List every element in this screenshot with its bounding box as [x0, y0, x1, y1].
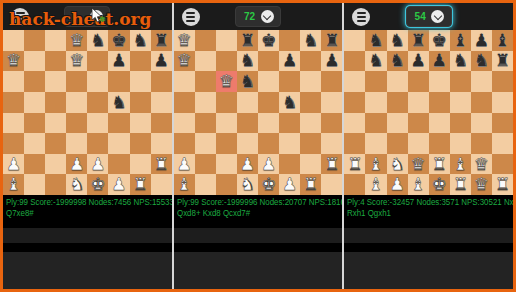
white-pawn: ♟: [90, 156, 105, 173]
square[interactable]: [3, 92, 24, 113]
square[interactable]: [45, 51, 66, 72]
square[interactable]: ♟: [279, 51, 300, 72]
square[interactable]: [195, 113, 216, 134]
black-knight: ♞: [111, 94, 126, 111]
black-bishop: ♝: [453, 32, 468, 49]
status-line: Ply:4 Score:-32457 Nodes:3571 NPS:30521 …: [347, 197, 498, 208]
square[interactable]: [237, 113, 258, 134]
square[interactable]: ♜: [492, 51, 513, 72]
square[interactable]: ♞: [279, 92, 300, 113]
square[interactable]: [174, 113, 195, 134]
square[interactable]: ♝: [408, 174, 429, 195]
chess-engine-app: ♛♞♚♞♜♛♛♟♟♞♟♟♟♜♝♞♚♟♜ Ply:99 Score:-199999…: [0, 0, 516, 292]
black-knight: ♞: [474, 52, 489, 69]
square[interactable]: [130, 113, 151, 134]
black-knight: ♞: [389, 52, 404, 69]
square[interactable]: [321, 71, 342, 92]
white-rook: ♜: [303, 176, 318, 193]
square[interactable]: ♟: [258, 154, 279, 175]
square[interactable]: [492, 113, 513, 134]
square[interactable]: ♜: [151, 154, 172, 175]
chess-board-2[interactable]: ♛♜♚♞♜♛♞♟♟♛♞♞♟♟♟♜♝♞♚♟♜: [174, 30, 343, 195]
square[interactable]: ♞: [450, 51, 471, 72]
square[interactable]: [24, 92, 45, 113]
square[interactable]: ♟: [471, 30, 492, 51]
square[interactable]: [300, 51, 321, 72]
square[interactable]: ♟: [87, 154, 108, 175]
square[interactable]: [300, 71, 321, 92]
square[interactable]: [45, 154, 66, 175]
black-king: ♚: [432, 32, 447, 49]
square[interactable]: ♞: [471, 51, 492, 72]
square[interactable]: ♝: [3, 174, 24, 195]
square[interactable]: ♛: [66, 51, 87, 72]
square[interactable]: [344, 92, 365, 113]
square[interactable]: [3, 71, 24, 92]
square[interactable]: [151, 71, 172, 92]
square[interactable]: [492, 133, 513, 154]
engine-panel-3: 54 ♞♞♜♚♝♟♝♞♞♟♟♞♞♜♜♝♞♛♜♝♛♝♟♝♚♜♛♜ Ply:4 Sc…: [344, 3, 513, 289]
square[interactable]: [300, 133, 321, 154]
square[interactable]: [492, 92, 513, 113]
black-pawn: ♟: [154, 52, 169, 69]
square[interactable]: [258, 133, 279, 154]
square[interactable]: [471, 133, 492, 154]
square[interactable]: ♝: [450, 154, 471, 175]
white-bishop: ♝: [368, 176, 383, 193]
square[interactable]: [130, 51, 151, 72]
square[interactable]: [130, 71, 151, 92]
square[interactable]: ♟: [387, 174, 408, 195]
square[interactable]: ♚: [429, 174, 450, 195]
square[interactable]: ♚: [429, 30, 450, 51]
white-knight: ♞: [389, 156, 404, 173]
square[interactable]: [492, 154, 513, 175]
divider-bar: [174, 228, 343, 243]
square[interactable]: [344, 30, 365, 51]
status-line: Q7xe8#: [6, 208, 157, 219]
square[interactable]: [66, 133, 87, 154]
square[interactable]: [195, 71, 216, 92]
square[interactable]: ♜: [429, 154, 450, 175]
square[interactable]: ♝: [174, 174, 195, 195]
chess-board-1[interactable]: ♛♞♚♞♜♛♛♟♟♞♟♟♟♜♝♞♚♟♜: [3, 30, 172, 195]
chevron-down-icon: [261, 10, 274, 23]
menu-button[interactable]: [352, 8, 370, 26]
square[interactable]: [24, 30, 45, 51]
square[interactable]: [365, 71, 386, 92]
square[interactable]: [24, 71, 45, 92]
square[interactable]: [45, 174, 66, 195]
white-bishop: ♝: [453, 156, 468, 173]
black-knight: ♞: [368, 32, 383, 49]
white-king: ♚: [432, 176, 447, 193]
square[interactable]: [321, 133, 342, 154]
black-rook: ♜: [324, 32, 339, 49]
square[interactable]: [471, 113, 492, 134]
square[interactable]: [24, 113, 45, 134]
square[interactable]: [471, 71, 492, 92]
square[interactable]: ♞: [387, 51, 408, 72]
menu-button[interactable]: [11, 8, 29, 26]
white-rook: ♜: [453, 176, 468, 193]
black-pawn: ♟: [474, 32, 489, 49]
black-bishop: ♝: [495, 32, 510, 49]
square[interactable]: ♞: [387, 154, 408, 175]
square[interactable]: ♚: [87, 174, 108, 195]
square[interactable]: [87, 113, 108, 134]
square[interactable]: ♛: [174, 30, 195, 51]
square[interactable]: [344, 133, 365, 154]
square[interactable]: [450, 71, 471, 92]
square[interactable]: ♞: [237, 51, 258, 72]
white-pawn: ♟: [389, 176, 404, 193]
square[interactable]: ♟: [429, 51, 450, 72]
square[interactable]: ♞: [237, 71, 258, 92]
square[interactable]: ♝: [365, 154, 386, 175]
footer-area: [344, 252, 513, 289]
square[interactable]: ♜: [344, 154, 365, 175]
square[interactable]: [66, 92, 87, 113]
white-queen: ♛: [219, 73, 234, 90]
square[interactable]: [24, 174, 45, 195]
square[interactable]: ♛: [471, 174, 492, 195]
black-knight: ♞: [368, 52, 383, 69]
depth-dropdown[interactable]: 72: [235, 6, 281, 27]
square[interactable]: [258, 92, 279, 113]
square[interactable]: [108, 133, 129, 154]
square[interactable]: [408, 92, 429, 113]
square[interactable]: [300, 92, 321, 113]
engine-panel-2: 72 ♛♜♚♞♜♛♞♟♟♛♞♞♟♟♟♜♝♞♚♟♜ Ply:99 Score:-1…: [174, 3, 343, 289]
square[interactable]: ♛: [174, 51, 195, 72]
black-rook: ♜: [240, 32, 255, 49]
white-knight: ♞: [69, 176, 84, 193]
square[interactable]: [108, 71, 129, 92]
white-pawn: ♟: [282, 176, 297, 193]
square[interactable]: ♞: [130, 30, 151, 51]
white-pawn: ♟: [240, 156, 255, 173]
black-knight: ♞: [453, 52, 468, 69]
square[interactable]: [151, 113, 172, 134]
square[interactable]: [45, 92, 66, 113]
footer-area: [3, 252, 172, 289]
square[interactable]: ♜: [321, 30, 342, 51]
square[interactable]: ♞: [108, 92, 129, 113]
square[interactable]: ♛: [3, 51, 24, 72]
black-rook: ♜: [154, 32, 169, 49]
square[interactable]: [237, 92, 258, 113]
white-pawn: ♟: [177, 156, 192, 173]
white-bishop: ♝: [177, 176, 192, 193]
square[interactable]: ♟: [237, 154, 258, 175]
square[interactable]: ♝: [492, 30, 513, 51]
chevron-down-icon: [90, 10, 103, 23]
square[interactable]: [321, 113, 342, 134]
square[interactable]: [195, 154, 216, 175]
square[interactable]: [87, 133, 108, 154]
engine-status-1: Ply:99 Score:-1999998 Nodes:7456 NPS:155…: [3, 195, 172, 228]
white-rook: ♜: [347, 156, 362, 173]
chess-board-3[interactable]: ♞♞♜♚♝♟♝♞♞♟♟♞♞♜♜♝♞♛♜♝♛♝♟♝♚♜♛♜: [344, 30, 513, 195]
hamburger-icon: [186, 12, 195, 22]
white-queen: ♛: [474, 176, 489, 193]
square[interactable]: [24, 133, 45, 154]
square[interactable]: [387, 113, 408, 134]
square[interactable]: ♜: [300, 174, 321, 195]
square[interactable]: [3, 133, 24, 154]
square[interactable]: [429, 113, 450, 134]
square[interactable]: [450, 133, 471, 154]
divider-bar: [3, 228, 172, 243]
black-pawn: ♟: [111, 52, 126, 69]
square[interactable]: [66, 113, 87, 134]
square[interactable]: ♟: [66, 154, 87, 175]
footer-area: [174, 252, 343, 289]
square[interactable]: [279, 113, 300, 134]
square[interactable]: [45, 133, 66, 154]
black-knight: ♞: [389, 32, 404, 49]
depth-value: 54: [413, 11, 427, 22]
square[interactable]: ♞: [365, 51, 386, 72]
square[interactable]: [66, 71, 87, 92]
square[interactable]: ♝: [365, 174, 386, 195]
square[interactable]: [258, 51, 279, 72]
white-rook: ♜: [432, 156, 447, 173]
square[interactable]: ♟: [321, 51, 342, 72]
white-pawn: ♟: [69, 156, 84, 173]
hamburger-icon: [16, 12, 25, 22]
square[interactable]: [387, 92, 408, 113]
square[interactable]: ♟: [108, 51, 129, 72]
chevron-down-icon: [431, 10, 444, 23]
square[interactable]: ♛: [408, 154, 429, 175]
square[interactable]: [429, 92, 450, 113]
square[interactable]: [408, 71, 429, 92]
square[interactable]: [195, 133, 216, 154]
square[interactable]: ♛: [471, 154, 492, 175]
square[interactable]: [344, 71, 365, 92]
square[interactable]: [344, 174, 365, 195]
white-bishop: ♝: [368, 156, 383, 173]
white-queen: ♛: [6, 52, 21, 69]
white-queen: ♛: [411, 156, 426, 173]
square[interactable]: [174, 133, 195, 154]
square[interactable]: ♚: [258, 30, 279, 51]
square[interactable]: [151, 174, 172, 195]
black-rook: ♜: [495, 52, 510, 69]
square[interactable]: [87, 51, 108, 72]
square[interactable]: [321, 174, 342, 195]
square[interactable]: [87, 92, 108, 113]
square[interactable]: [216, 174, 237, 195]
square[interactable]: ♜: [151, 30, 172, 51]
square[interactable]: [216, 113, 237, 134]
square[interactable]: [300, 154, 321, 175]
black-knight: ♞: [282, 94, 297, 111]
square[interactable]: [195, 174, 216, 195]
panel-1-header: [3, 3, 172, 30]
square[interactable]: [279, 71, 300, 92]
square[interactable]: [108, 113, 129, 134]
square[interactable]: [344, 51, 365, 72]
square[interactable]: [174, 71, 195, 92]
square[interactable]: ♞: [66, 174, 87, 195]
square[interactable]: ♜: [237, 30, 258, 51]
white-king: ♚: [90, 176, 105, 193]
square[interactable]: [195, 92, 216, 113]
black-knight: ♞: [303, 32, 318, 49]
square[interactable]: [279, 133, 300, 154]
depth-dropdown[interactable]: 54: [406, 6, 452, 27]
panel-3-header: 54: [344, 3, 513, 30]
divider-gap: [3, 243, 172, 252]
white-bishop: ♝: [411, 176, 426, 193]
square[interactable]: [429, 71, 450, 92]
square[interactable]: [492, 71, 513, 92]
divider-bar: [344, 228, 513, 243]
square[interactable]: [365, 113, 386, 134]
square[interactable]: [237, 133, 258, 154]
square[interactable]: [344, 113, 365, 134]
square[interactable]: [365, 133, 386, 154]
square[interactable]: [130, 154, 151, 175]
square[interactable]: [216, 92, 237, 113]
menu-button[interactable]: [182, 8, 200, 26]
white-bishop: ♝: [6, 176, 21, 193]
square[interactable]: [151, 133, 172, 154]
square[interactable]: ♟: [3, 154, 24, 175]
square[interactable]: ♞: [87, 30, 108, 51]
depth-dropdown[interactable]: [64, 6, 110, 27]
status-line: Ply:99 Score:-1999998 Nodes:7456 NPS:155…: [6, 197, 157, 208]
status-line: Ply:99 Score:-1999996 Nodes:20707 NPS:18…: [177, 197, 328, 208]
black-knight: ♞: [90, 32, 105, 49]
black-knight: ♞: [240, 73, 255, 90]
white-rook: ♜: [495, 176, 510, 193]
hamburger-icon: [357, 12, 366, 22]
square[interactable]: ♟: [108, 174, 129, 195]
square[interactable]: [108, 154, 129, 175]
square[interactable]: [24, 51, 45, 72]
status-line: Qxd8+ Kxd8 Qcxd7#: [177, 208, 328, 219]
square[interactable]: [130, 133, 151, 154]
white-pawn: ♟: [111, 176, 126, 193]
white-rook: ♜: [324, 156, 339, 173]
square[interactable]: [195, 30, 216, 51]
square[interactable]: ♜: [130, 174, 151, 195]
square[interactable]: [365, 92, 386, 113]
black-knight: ♞: [132, 32, 147, 49]
white-queen: ♛: [177, 32, 192, 49]
square[interactable]: [216, 133, 237, 154]
white-queen: ♛: [474, 156, 489, 173]
square[interactable]: [429, 133, 450, 154]
square[interactable]: [174, 92, 195, 113]
square[interactable]: ♞: [365, 30, 386, 51]
square[interactable]: [151, 92, 172, 113]
square[interactable]: [279, 154, 300, 175]
white-queen: ♛: [69, 52, 84, 69]
square[interactable]: ♟: [174, 154, 195, 175]
square[interactable]: ♟: [151, 51, 172, 72]
square[interactable]: [387, 133, 408, 154]
square[interactable]: ♛: [216, 71, 237, 92]
status-line: Rxh1 Qgxh1: [347, 208, 498, 219]
white-queen: ♛: [69, 32, 84, 49]
black-pawn: ♟: [432, 52, 447, 69]
panel-2-header: 72: [174, 3, 343, 30]
black-pawn: ♟: [324, 52, 339, 69]
square[interactable]: [216, 30, 237, 51]
square[interactable]: [450, 92, 471, 113]
white-pawn: ♟: [261, 156, 276, 173]
square[interactable]: [279, 30, 300, 51]
black-king: ♚: [111, 32, 126, 49]
square[interactable]: [45, 71, 66, 92]
square[interactable]: ♟: [279, 174, 300, 195]
square[interactable]: [216, 51, 237, 72]
square[interactable]: [408, 133, 429, 154]
square[interactable]: ♜: [321, 154, 342, 175]
square[interactable]: ♞: [300, 30, 321, 51]
black-knight: ♞: [240, 52, 255, 69]
square[interactable]: [45, 30, 66, 51]
white-rook: ♜: [154, 156, 169, 173]
square[interactable]: ♜: [408, 30, 429, 51]
square[interactable]: ♟: [408, 51, 429, 72]
square[interactable]: [408, 113, 429, 134]
square[interactable]: ♚: [258, 174, 279, 195]
white-rook: ♜: [132, 176, 147, 193]
black-rook: ♜: [411, 32, 426, 49]
square[interactable]: ♜: [492, 174, 513, 195]
square[interactable]: [3, 30, 24, 51]
square[interactable]: ♝: [450, 30, 471, 51]
square[interactable]: [321, 92, 342, 113]
square[interactable]: [450, 113, 471, 134]
engine-status-3: Ply:4 Score:-32457 Nodes:3571 NPS:30521 …: [344, 195, 513, 228]
square[interactable]: [471, 92, 492, 113]
white-pawn: ♟: [6, 156, 21, 173]
square[interactable]: ♛: [66, 30, 87, 51]
square[interactable]: [24, 154, 45, 175]
engine-status-2: Ply:99 Score:-1999996 Nodes:20707 NPS:18…: [174, 195, 343, 228]
white-queen: ♛: [177, 52, 192, 69]
square[interactable]: [45, 113, 66, 134]
square[interactable]: [216, 154, 237, 175]
square[interactable]: [258, 113, 279, 134]
white-king: ♚: [261, 176, 276, 193]
square[interactable]: [300, 113, 321, 134]
square[interactable]: [258, 71, 279, 92]
square[interactable]: [3, 113, 24, 134]
square[interactable]: ♜: [450, 174, 471, 195]
square[interactable]: ♚: [108, 30, 129, 51]
square[interactable]: [87, 71, 108, 92]
divider-gap: [344, 243, 513, 252]
depth-value: 72: [243, 11, 257, 22]
square[interactable]: ♞: [387, 30, 408, 51]
square[interactable]: [195, 51, 216, 72]
engine-panel-1: ♛♞♚♞♜♛♛♟♟♞♟♟♟♜♝♞♚♟♜ Ply:99 Score:-199999…: [3, 3, 172, 289]
divider-gap: [174, 243, 343, 252]
white-knight: ♞: [240, 176, 255, 193]
square[interactable]: [387, 71, 408, 92]
square[interactable]: ♞: [237, 174, 258, 195]
square[interactable]: [130, 92, 151, 113]
black-king: ♚: [261, 32, 276, 49]
